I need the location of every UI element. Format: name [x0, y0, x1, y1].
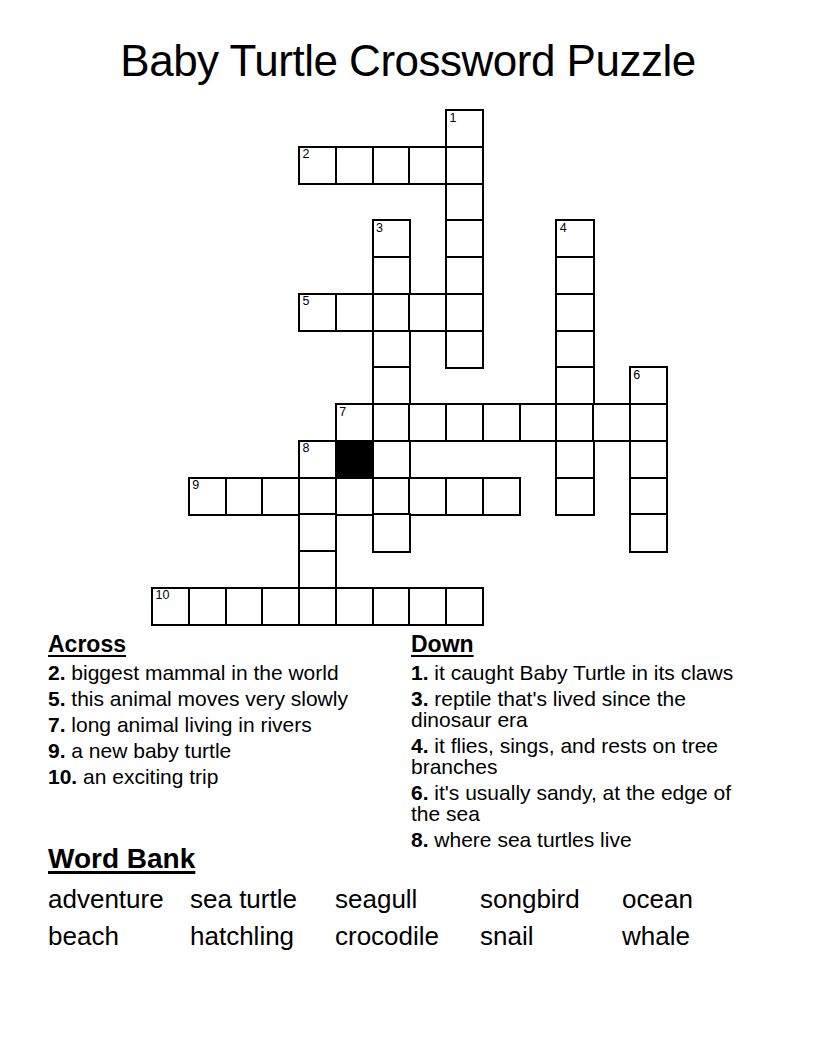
grid-cell[interactable] — [261, 477, 300, 516]
grid-cell[interactable] — [629, 477, 668, 516]
grid-cell[interactable] — [298, 587, 337, 626]
grid-cell[interactable] — [555, 403, 594, 442]
clue-number: 9. — [48, 739, 66, 762]
grid-cell[interactable] — [372, 330, 411, 369]
grid-cell[interactable] — [445, 146, 484, 185]
grid-cell[interactable] — [445, 477, 484, 516]
puzzle-title: Baby Turtle Crossword Puzzle — [0, 36, 816, 87]
across-heading: Across — [48, 633, 400, 656]
clue-item: 6. it's usually sandy, at the edge of th… — [411, 782, 756, 824]
cell-number: 8 — [303, 442, 310, 455]
grid-cell[interactable] — [372, 366, 411, 405]
clue-item: 4. it flies, sings, and rests on tree br… — [411, 735, 756, 777]
grid-cell[interactable] — [335, 587, 374, 626]
grid-cell[interactable] — [408, 477, 447, 516]
cell-number: 6 — [633, 369, 640, 382]
word-bank-section: Word Bank adventuresea turtleseagullsong… — [48, 845, 768, 955]
grid-cell[interactable] — [629, 513, 668, 552]
down-clue-list: 1. it caught Baby Turtle in its claws3. … — [411, 662, 756, 850]
cell-number: 5 — [303, 295, 310, 308]
grid-cell[interactable] — [408, 146, 447, 185]
grid-cell[interactable] — [372, 256, 411, 295]
grid-cell[interactable] — [298, 513, 337, 552]
grid-cell[interactable]: 2 — [298, 146, 337, 185]
grid-cell[interactable] — [445, 587, 484, 626]
across-clue-list: 2. biggest mammal in the world5. this an… — [48, 662, 400, 787]
grid-cell[interactable] — [408, 587, 447, 626]
cell-number: 10 — [156, 589, 170, 602]
grid-cell[interactable]: 8 — [298, 440, 337, 479]
worksheet-page: Baby Turtle Crossword Puzzle 12345678910… — [0, 0, 816, 1056]
clue-number: 6. — [411, 781, 429, 804]
grid-cell[interactable] — [482, 477, 521, 516]
across-clues-section: Across 2. biggest mammal in the world5. … — [48, 633, 400, 792]
grid-cell[interactable] — [592, 403, 631, 442]
grid-cell[interactable] — [408, 293, 447, 332]
grid-cell[interactable] — [372, 587, 411, 626]
clue-number: 2. — [48, 661, 66, 684]
grid-cell[interactable]: 5 — [298, 293, 337, 332]
cell-number: 2 — [303, 148, 310, 161]
grid-cell[interactable] — [372, 293, 411, 332]
cell-number: 3 — [376, 222, 383, 235]
grid-cell[interactable] — [225, 587, 264, 626]
grid-cell[interactable] — [188, 587, 227, 626]
grid-cell[interactable]: 1 — [445, 109, 484, 148]
grid-cell[interactable] — [629, 440, 668, 479]
word-bank-heading: Word Bank — [48, 845, 768, 873]
word-bank-word: seagull — [335, 881, 480, 918]
grid-cell[interactable] — [372, 440, 411, 479]
grid-cell[interactable]: 4 — [555, 219, 594, 258]
clue-number: 3. — [411, 687, 429, 710]
clue-number: 5. — [48, 687, 66, 710]
grid-cell[interactable] — [555, 293, 594, 332]
grid-cell[interactable] — [372, 513, 411, 552]
clue-item: 2. biggest mammal in the world — [48, 662, 400, 683]
clue-item: 1. it caught Baby Turtle in its claws — [411, 662, 756, 683]
clue-item: 7. long animal living in rivers — [48, 714, 400, 735]
grid-cell[interactable] — [261, 587, 300, 626]
down-clues-section: Down 1. it caught Baby Turtle in its cla… — [411, 633, 756, 855]
cell-number: 4 — [560, 222, 567, 235]
grid-cell[interactable] — [445, 293, 484, 332]
grid-cell[interactable] — [482, 403, 521, 442]
word-bank-word: adventure — [48, 881, 190, 918]
clue-number: 10. — [48, 765, 77, 788]
grid-cell[interactable] — [445, 183, 484, 222]
grid-cell[interactable] — [445, 403, 484, 442]
grid-cell[interactable] — [555, 440, 594, 479]
grid-cell[interactable] — [408, 403, 447, 442]
clue-number: 7. — [48, 713, 66, 736]
grid-cell[interactable]: 3 — [372, 219, 411, 258]
clue-item: 10. an exciting trip — [48, 766, 400, 787]
grid-cell[interactable] — [335, 146, 374, 185]
grid-cell[interactable] — [372, 146, 411, 185]
word-bank-word: snail — [480, 918, 622, 955]
grid-cell[interactable] — [335, 477, 374, 516]
grid-cell[interactable] — [372, 477, 411, 516]
word-bank-word: crocodile — [335, 918, 480, 955]
word-bank-word: songbird — [480, 881, 622, 918]
grid-cell[interactable] — [555, 330, 594, 369]
word-bank-word: whale — [622, 918, 768, 955]
cell-number: 9 — [192, 479, 199, 492]
grid-cell[interactable] — [519, 403, 558, 442]
grid-cell[interactable]: 9 — [188, 477, 227, 516]
clue-number: 4. — [411, 734, 429, 757]
word-bank-list: adventuresea turtleseagullsongbirdoceanb… — [48, 881, 768, 955]
grid-cell[interactable] — [335, 293, 374, 332]
grid-cell[interactable] — [629, 403, 668, 442]
grid-cell[interactable]: 6 — [629, 366, 668, 405]
clue-number: 1. — [411, 661, 429, 684]
word-bank-word: beach — [48, 918, 190, 955]
grid-cell[interactable]: 10 — [151, 587, 190, 626]
down-heading: Down — [411, 633, 756, 656]
grid-cell[interactable] — [298, 550, 337, 589]
word-bank-word: ocean — [622, 881, 768, 918]
clue-item: 3. reptile that's lived since the dinosa… — [411, 688, 756, 730]
grid-cell[interactable] — [445, 330, 484, 369]
grid-cell[interactable] — [555, 477, 594, 516]
grid-cell[interactable] — [225, 477, 264, 516]
grid-cell[interactable] — [298, 477, 337, 516]
grid-cell[interactable] — [555, 366, 594, 405]
cell-number: 1 — [450, 112, 457, 125]
cell-number: 7 — [339, 406, 346, 419]
grid-cell[interactable]: 7 — [335, 403, 374, 442]
grid-cell[interactable] — [555, 256, 594, 295]
grid-cell[interactable] — [372, 403, 411, 442]
clue-item: 9. a new baby turtle — [48, 740, 400, 761]
clue-item: 5. this animal moves very slowly — [48, 688, 400, 709]
black-cell — [335, 440, 374, 479]
grid-cell[interactable] — [445, 256, 484, 295]
word-bank-word: sea turtle — [190, 881, 335, 918]
word-bank-word: hatchling — [190, 918, 335, 955]
grid-cell[interactable] — [445, 219, 484, 258]
